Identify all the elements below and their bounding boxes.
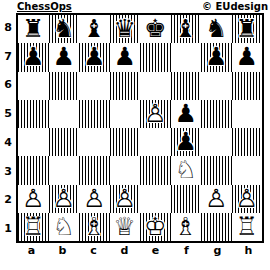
white-rook-a1: ♜♖ xyxy=(18,213,49,241)
square-e3[interactable] xyxy=(140,156,171,184)
square-c4[interactable] xyxy=(79,128,110,156)
rank-label-6: 6 xyxy=(0,71,16,100)
chessops-app: ChessOps © EUdesign 87654321 ♜♞♝♛♚♝♞♜♟♟♟… xyxy=(0,0,270,270)
black-rook-a8: ♜ xyxy=(18,15,49,43)
square-f1[interactable]: ♝♗ xyxy=(171,213,202,241)
white-pawn-a2: ♟♙ xyxy=(18,185,49,213)
white-piece-outline: ♘ xyxy=(171,157,202,182)
black-knight-g8: ♞ xyxy=(201,15,232,43)
chess-board-frame: ♜♞♝♛♚♝♞♜♟♟♟♟♟♟♟♙♟♟♞♘♟♙♟♙♟♙♟♙♟♙♟♙♜♖♞♘♝♗♛♕… xyxy=(16,13,264,243)
white-rook-h1: ♜♖ xyxy=(232,213,263,241)
square-f8[interactable]: ♝ xyxy=(171,15,202,43)
square-h3[interactable] xyxy=(232,156,263,184)
square-b4[interactable] xyxy=(49,128,80,156)
square-c2[interactable]: ♟♙ xyxy=(79,185,110,213)
white-piece-outline: ♖ xyxy=(232,214,263,239)
square-d3[interactable] xyxy=(110,156,141,184)
square-a1[interactable]: ♜♖ xyxy=(18,213,49,241)
black-piece-glyph: ♟ xyxy=(110,44,141,69)
square-e6[interactable] xyxy=(140,72,171,100)
black-bishop-c8: ♝ xyxy=(79,15,110,43)
black-piece-glyph: ♟ xyxy=(18,44,49,69)
file-label-b: b xyxy=(47,244,78,258)
white-piece-outline: ♙ xyxy=(49,186,80,211)
square-c7[interactable]: ♟ xyxy=(79,43,110,71)
square-d5[interactable] xyxy=(110,100,141,128)
square-g5[interactable] xyxy=(201,100,232,128)
white-piece-outline: ♔ xyxy=(140,214,171,239)
black-pawn-g7: ♟ xyxy=(201,43,232,71)
black-piece-glyph: ♟ xyxy=(232,44,263,69)
white-piece-outline: ♗ xyxy=(171,214,202,239)
square-g2[interactable]: ♟♙ xyxy=(201,185,232,213)
white-pawn-c2: ♟♙ xyxy=(79,185,110,213)
white-piece-outline: ♙ xyxy=(110,186,141,211)
black-piece-glyph: ♟ xyxy=(171,101,202,126)
square-b2[interactable]: ♟♙ xyxy=(49,185,80,213)
square-f3[interactable]: ♞♘ xyxy=(171,156,202,184)
square-h7[interactable]: ♟ xyxy=(232,43,263,71)
square-c1[interactable]: ♝♗ xyxy=(79,213,110,241)
square-d4[interactable] xyxy=(110,128,141,156)
square-e2[interactable] xyxy=(140,185,171,213)
square-g1[interactable] xyxy=(201,213,232,241)
white-pawn-e5: ♟♙ xyxy=(140,100,171,128)
square-h2[interactable]: ♟♙ xyxy=(232,185,263,213)
black-rook-h8: ♜ xyxy=(232,15,263,43)
black-piece-glyph: ♚ xyxy=(140,16,171,41)
black-piece-glyph: ♞ xyxy=(201,16,232,41)
square-c8[interactable]: ♝ xyxy=(79,15,110,43)
square-h4[interactable] xyxy=(232,128,263,156)
black-piece-glyph: ♜ xyxy=(232,16,263,41)
black-piece-glyph: ♛ xyxy=(110,16,141,41)
square-d8[interactable]: ♛ xyxy=(110,15,141,43)
white-piece-outline: ♘ xyxy=(49,214,80,239)
white-knight-f3: ♞♘ xyxy=(171,156,202,184)
black-pawn-b7: ♟ xyxy=(49,43,80,71)
white-pawn-d2: ♟♙ xyxy=(110,185,141,213)
white-piece-outline: ♖ xyxy=(18,214,49,239)
white-piece-outline: ♙ xyxy=(201,186,232,211)
rank-label-5: 5 xyxy=(0,99,16,128)
white-piece-outline: ♗ xyxy=(79,214,110,239)
square-f2[interactable] xyxy=(171,185,202,213)
square-d1[interactable]: ♛♕ xyxy=(110,213,141,241)
black-pawn-f5: ♟ xyxy=(171,100,202,128)
square-d6[interactable] xyxy=(110,72,141,100)
white-pawn-b2: ♟♙ xyxy=(49,185,80,213)
square-b5[interactable] xyxy=(49,100,80,128)
square-g4[interactable] xyxy=(201,128,232,156)
square-h6[interactable] xyxy=(232,72,263,100)
white-piece-outline: ♙ xyxy=(232,186,263,211)
titlebar: ChessOps © EUdesign xyxy=(17,1,268,13)
black-knight-b8: ♞ xyxy=(49,15,80,43)
white-piece-outline: ♙ xyxy=(79,186,110,211)
white-king-e1: ♚♔ xyxy=(140,213,171,241)
square-d7[interactable]: ♟ xyxy=(110,43,141,71)
black-queen-d8: ♛ xyxy=(110,15,141,43)
white-queen-d1: ♛♕ xyxy=(110,213,141,241)
square-e1[interactable]: ♚♔ xyxy=(140,213,171,241)
square-c3[interactable] xyxy=(79,156,110,184)
black-piece-glyph: ♞ xyxy=(49,16,80,41)
square-e5[interactable]: ♟♙ xyxy=(140,100,171,128)
app-title[interactable]: ChessOps xyxy=(17,1,72,13)
square-c5[interactable] xyxy=(79,100,110,128)
rank-label-4: 4 xyxy=(0,128,16,157)
square-h8[interactable]: ♜ xyxy=(232,15,263,43)
square-f5[interactable]: ♟ xyxy=(171,100,202,128)
black-piece-glyph: ♝ xyxy=(171,16,202,41)
square-a4[interactable] xyxy=(18,128,49,156)
black-pawn-a7: ♟ xyxy=(18,43,49,71)
square-h1[interactable]: ♜♖ xyxy=(232,213,263,241)
black-king-e8: ♚ xyxy=(140,15,171,43)
square-a6[interactable] xyxy=(18,72,49,100)
square-g7[interactable]: ♟ xyxy=(201,43,232,71)
square-g6[interactable] xyxy=(201,72,232,100)
file-labels: abcdefgh xyxy=(16,244,264,258)
square-f4[interactable]: ♟ xyxy=(171,128,202,156)
white-knight-b1: ♞♘ xyxy=(49,213,80,241)
file-label-h: h xyxy=(233,244,264,258)
black-piece-glyph: ♟ xyxy=(171,129,202,154)
square-d2[interactable]: ♟♙ xyxy=(110,185,141,213)
black-piece-glyph: ♟ xyxy=(49,44,80,69)
black-pawn-d7: ♟ xyxy=(110,43,141,71)
white-piece-outline: ♙ xyxy=(18,186,49,211)
rank-label-7: 7 xyxy=(0,42,16,71)
square-b6[interactable] xyxy=(49,72,80,100)
white-piece-outline: ♕ xyxy=(110,214,141,239)
white-bishop-f1: ♝♗ xyxy=(171,213,202,241)
square-a7[interactable]: ♟ xyxy=(18,43,49,71)
black-pawn-h7: ♟ xyxy=(232,43,263,71)
square-g3[interactable] xyxy=(201,156,232,184)
credit-text: © EUdesign xyxy=(202,1,268,13)
white-pawn-g2: ♟♙ xyxy=(201,185,232,213)
rank-label-8: 8 xyxy=(0,13,16,42)
square-e8[interactable]: ♚ xyxy=(140,15,171,43)
square-c6[interactable] xyxy=(79,72,110,100)
square-f7[interactable] xyxy=(171,43,202,71)
square-b8[interactable]: ♞ xyxy=(49,15,80,43)
square-h5[interactable] xyxy=(232,100,263,128)
square-b3[interactable] xyxy=(49,156,80,184)
black-piece-glyph: ♟ xyxy=(201,44,232,69)
black-piece-glyph: ♝ xyxy=(79,16,110,41)
square-e7[interactable] xyxy=(140,43,171,71)
file-label-e: e xyxy=(140,244,171,258)
file-label-c: c xyxy=(78,244,109,258)
file-label-g: g xyxy=(202,244,233,258)
white-bishop-c1: ♝♗ xyxy=(79,213,110,241)
rank-label-1: 1 xyxy=(0,214,16,243)
rank-labels: 87654321 xyxy=(0,13,16,243)
square-b1[interactable]: ♞♘ xyxy=(49,213,80,241)
rank-label-3: 3 xyxy=(0,157,16,186)
file-label-f: f xyxy=(171,244,202,258)
square-b7[interactable]: ♟ xyxy=(49,43,80,71)
rank-label-2: 2 xyxy=(0,186,16,215)
white-piece-outline: ♙ xyxy=(140,101,171,126)
black-pawn-f4: ♟ xyxy=(171,128,202,156)
black-bishop-f8: ♝ xyxy=(171,15,202,43)
square-f6[interactable] xyxy=(171,72,202,100)
square-g8[interactable]: ♞ xyxy=(201,15,232,43)
chess-board: ♜♞♝♛♚♝♞♜♟♟♟♟♟♟♟♙♟♟♞♘♟♙♟♙♟♙♟♙♟♙♟♙♜♖♞♘♝♗♛♕… xyxy=(18,15,262,241)
black-pawn-c7: ♟ xyxy=(79,43,110,71)
square-a3[interactable] xyxy=(18,156,49,184)
file-label-d: d xyxy=(109,244,140,258)
square-a5[interactable] xyxy=(18,100,49,128)
square-e4[interactable] xyxy=(140,128,171,156)
white-pawn-h2: ♟♙ xyxy=(232,185,263,213)
black-piece-glyph: ♜ xyxy=(18,16,49,41)
square-a2[interactable]: ♟♙ xyxy=(18,185,49,213)
black-piece-glyph: ♟ xyxy=(79,44,110,69)
file-label-a: a xyxy=(16,244,47,258)
square-a8[interactable]: ♜ xyxy=(18,15,49,43)
